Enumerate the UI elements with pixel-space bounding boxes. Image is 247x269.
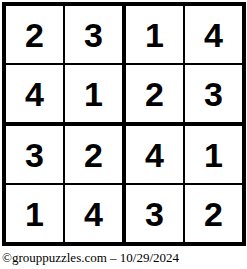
cell-r2c2: 1 — [65, 65, 126, 126]
cell-r2c4: 3 — [185, 65, 242, 126]
cell-r4c4: 2 — [185, 185, 242, 242]
cell-r4c1: 1 — [6, 185, 65, 242]
sudoku-board: 2314412332411432 — [2, 2, 246, 246]
cell-r1c2: 3 — [65, 6, 126, 65]
cell-r2c3: 2 — [126, 65, 185, 126]
cell-r3c2: 2 — [65, 126, 126, 185]
cell-r4c3: 3 — [126, 185, 185, 242]
cell-r3c4: 1 — [185, 126, 242, 185]
cell-r2c1: 4 — [6, 65, 65, 126]
cell-r3c3: 4 — [126, 126, 185, 185]
cell-r1c4: 4 — [185, 6, 242, 65]
cell-r1c3: 1 — [126, 6, 185, 65]
credit-line: ©grouppuzzles.com – 10/29/2024 — [2, 250, 245, 266]
sudoku-page: 2314412332411432 ©grouppuzzles.com – 10/… — [0, 0, 247, 269]
cell-r4c2: 4 — [65, 185, 126, 242]
cell-r1c1: 2 — [6, 6, 65, 65]
cell-r3c1: 3 — [6, 126, 65, 185]
